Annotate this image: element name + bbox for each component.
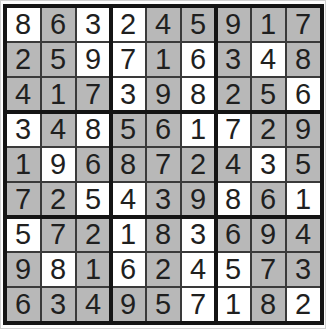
cell-r9c7: 1 [217, 288, 250, 321]
cell-r7c4: 1 [112, 218, 145, 251]
cell-r8c9: 3 [287, 253, 320, 286]
cell-r2c2: 5 [42, 43, 75, 76]
cell-r5c5: 7 [147, 148, 180, 181]
cell-r2c1: 2 [7, 43, 40, 76]
cell-r6c2: 2 [42, 183, 75, 216]
cell-r6c9: 1 [287, 183, 320, 216]
cell-r1c8: 1 [252, 8, 285, 41]
cell-r9c6: 7 [182, 288, 215, 321]
cell-r6c6: 9 [182, 183, 215, 216]
cell-r4c9: 9 [287, 113, 320, 146]
cell-r1c1: 8 [7, 8, 40, 41]
cell-r1c4: 2 [112, 8, 145, 41]
cell-r9c3: 4 [77, 288, 110, 321]
cell-r7c6: 3 [182, 218, 215, 251]
cell-r3c6: 8 [182, 78, 215, 111]
cell-r4c2: 4 [42, 113, 75, 146]
sudoku-board: 8632459172597163484173982563485617291968… [3, 4, 324, 325]
cell-r6c3: 5 [77, 183, 110, 216]
cell-r3c2: 1 [42, 78, 75, 111]
cell-r3c5: 9 [147, 78, 180, 111]
cell-r1c2: 6 [42, 8, 75, 41]
cell-r3c9: 6 [287, 78, 320, 111]
cell-r1c6: 5 [182, 8, 215, 41]
cell-r9c4: 9 [112, 288, 145, 321]
cell-r7c8: 9 [252, 218, 285, 251]
cell-r6c8: 6 [252, 183, 285, 216]
cell-r4c6: 1 [182, 113, 215, 146]
cell-r2c7: 3 [217, 43, 250, 76]
cell-r1c5: 4 [147, 8, 180, 41]
cell-r6c1: 7 [7, 183, 40, 216]
cell-r5c3: 6 [77, 148, 110, 181]
cell-r6c7: 8 [217, 183, 250, 216]
cell-r9c2: 3 [42, 288, 75, 321]
cell-r2c8: 4 [252, 43, 285, 76]
cell-r5c4: 8 [112, 148, 145, 181]
cell-r4c4: 5 [112, 113, 145, 146]
cell-r8c2: 8 [42, 253, 75, 286]
cell-r8c8: 7 [252, 253, 285, 286]
cell-r7c7: 6 [217, 218, 250, 251]
cell-r4c5: 6 [147, 113, 180, 146]
cell-r5c1: 1 [7, 148, 40, 181]
cell-r3c1: 4 [7, 78, 40, 111]
cell-r6c5: 3 [147, 183, 180, 216]
cell-r7c9: 4 [287, 218, 320, 251]
cell-r4c3: 8 [77, 113, 110, 146]
cell-r4c7: 7 [217, 113, 250, 146]
cell-r3c7: 2 [217, 78, 250, 111]
cell-r8c5: 2 [147, 253, 180, 286]
cell-r9c5: 5 [147, 288, 180, 321]
cell-r5c6: 2 [182, 148, 215, 181]
cell-r4c1: 3 [7, 113, 40, 146]
cell-r2c9: 8 [287, 43, 320, 76]
cell-r3c3: 7 [77, 78, 110, 111]
cell-r7c2: 7 [42, 218, 75, 251]
cell-r8c4: 6 [112, 253, 145, 286]
page-background: 8632459172597163484173982563485617291968… [0, 0, 326, 329]
cell-r1c7: 9 [217, 8, 250, 41]
cell-r3c8: 5 [252, 78, 285, 111]
cell-r1c9: 7 [287, 8, 320, 41]
cell-r7c3: 2 [77, 218, 110, 251]
cell-r8c3: 1 [77, 253, 110, 286]
cell-r1c3: 3 [77, 8, 110, 41]
cell-r3c4: 3 [112, 78, 145, 111]
cell-r5c9: 5 [287, 148, 320, 181]
cell-r7c5: 8 [147, 218, 180, 251]
cell-r5c2: 9 [42, 148, 75, 181]
cell-r5c7: 4 [217, 148, 250, 181]
cell-r9c9: 2 [287, 288, 320, 321]
cell-r7c1: 5 [7, 218, 40, 251]
cell-r2c6: 6 [182, 43, 215, 76]
cell-r2c5: 1 [147, 43, 180, 76]
cell-r9c1: 6 [7, 288, 40, 321]
cell-r2c3: 9 [77, 43, 110, 76]
cell-r8c7: 5 [217, 253, 250, 286]
cell-r8c6: 4 [182, 253, 215, 286]
cell-r8c1: 9 [7, 253, 40, 286]
cell-r2c4: 7 [112, 43, 145, 76]
cell-r6c4: 4 [112, 183, 145, 216]
cell-r5c8: 3 [252, 148, 285, 181]
cell-r9c8: 8 [252, 288, 285, 321]
cell-r4c8: 2 [252, 113, 285, 146]
